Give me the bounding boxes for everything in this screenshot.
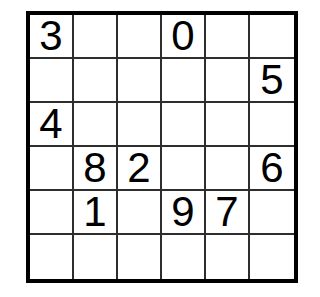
cell-r6c2[interactable] bbox=[74, 235, 118, 279]
cell-r4c6[interactable]: 6 bbox=[250, 147, 294, 191]
cell-r6c3[interactable] bbox=[118, 235, 162, 279]
cell-r5c4[interactable]: 9 bbox=[162, 191, 206, 235]
cell-r5c2[interactable]: 1 bbox=[74, 191, 118, 235]
cell-r1c2[interactable] bbox=[74, 15, 118, 59]
cell-r4c4[interactable] bbox=[162, 147, 206, 191]
cell-r1c1[interactable]: 3 bbox=[30, 15, 74, 59]
cell-r6c4[interactable] bbox=[162, 235, 206, 279]
cell-r5c1[interactable] bbox=[30, 191, 74, 235]
cell-r3c2[interactable] bbox=[74, 103, 118, 147]
cell-r2c2[interactable] bbox=[74, 59, 118, 103]
cell-r5c3[interactable] bbox=[118, 191, 162, 235]
cell-r6c6[interactable] bbox=[250, 235, 294, 279]
puzzle-board: 3054826197 bbox=[26, 11, 298, 283]
cell-r1c4[interactable]: 0 bbox=[162, 15, 206, 59]
cell-r4c3[interactable]: 2 bbox=[118, 147, 162, 191]
cell-r2c3[interactable] bbox=[118, 59, 162, 103]
cell-r3c4[interactable] bbox=[162, 103, 206, 147]
cell-r5c5[interactable]: 7 bbox=[206, 191, 250, 235]
cell-r5c6[interactable] bbox=[250, 191, 294, 235]
cell-r3c5[interactable] bbox=[206, 103, 250, 147]
cell-r2c6[interactable]: 5 bbox=[250, 59, 294, 103]
cell-r4c2[interactable]: 8 bbox=[74, 147, 118, 191]
cell-r6c5[interactable] bbox=[206, 235, 250, 279]
cell-r3c6[interactable] bbox=[250, 103, 294, 147]
cell-r2c1[interactable] bbox=[30, 59, 74, 103]
cell-r2c4[interactable] bbox=[162, 59, 206, 103]
cell-r3c3[interactable] bbox=[118, 103, 162, 147]
cell-r2c5[interactable] bbox=[206, 59, 250, 103]
cell-r4c1[interactable] bbox=[30, 147, 74, 191]
cell-r6c1[interactable] bbox=[30, 235, 74, 279]
cell-r1c5[interactable] bbox=[206, 15, 250, 59]
cell-r3c1[interactable]: 4 bbox=[30, 103, 74, 147]
cell-r4c5[interactable] bbox=[206, 147, 250, 191]
cell-r1c6[interactable] bbox=[250, 15, 294, 59]
cell-r1c3[interactable] bbox=[118, 15, 162, 59]
